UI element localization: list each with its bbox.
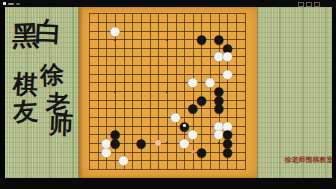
- close-icon[interactable]: [314, 2, 320, 7]
- white-stone: ●: [118, 154, 130, 166]
- black-stone: ●: [135, 137, 147, 149]
- white-player-label: 师: [48, 112, 73, 137]
- grid-line: [176, 13, 177, 170]
- grid-line: [89, 117, 246, 118]
- window-titlebar: [0, 0, 336, 7]
- black-stone: ●: [213, 102, 225, 114]
- grid-line: [210, 13, 211, 170]
- black-player-label: 友: [12, 98, 39, 125]
- highlight-marker: [155, 140, 161, 146]
- highlight-marker: [191, 150, 195, 154]
- white-stone: ●: [221, 50, 233, 62]
- black-stone: ●: [195, 146, 207, 158]
- app-icon: [3, 2, 6, 5]
- go-board: ●●●●●●●●●●●●●●●●●●●●●●●●●●●●●●●: [79, 7, 257, 178]
- black-stone: ●: [221, 146, 233, 158]
- white-stone: ●: [100, 146, 112, 158]
- minimize-icon[interactable]: [298, 2, 304, 7]
- white-stone: ●: [187, 76, 199, 88]
- video-player-window: 黑棋友白徐老师 ●●●●●●●●●●●●●●●●●●●●●●●●●●●●●●● …: [0, 0, 336, 189]
- last-move-marker: [183, 124, 186, 127]
- window-title-text: [16, 3, 20, 5]
- white-stone: ●: [178, 137, 190, 149]
- player-control-bar: [0, 178, 336, 189]
- black-player-label: 棋: [12, 71, 38, 97]
- black-stone: ●: [195, 33, 207, 45]
- watermark-text: 徐老师围棋教室: [281, 155, 332, 165]
- white-player-label: 白: [34, 17, 62, 45]
- white-stone: ●: [109, 25, 121, 37]
- grid-line: [89, 169, 246, 170]
- white-stone: ●: [221, 68, 233, 80]
- black-stone: ●: [187, 102, 199, 114]
- maximize-icon[interactable]: [306, 2, 312, 7]
- grid-line: [245, 13, 246, 170]
- white-player-label: 徐: [39, 62, 64, 87]
- video-frame: 黑棋友白徐老师 ●●●●●●●●●●●●●●●●●●●●●●●●●●●●●●● …: [5, 7, 332, 178]
- grid-line: [236, 13, 237, 170]
- window-title-text: [8, 3, 14, 5]
- grid-line: [193, 13, 194, 170]
- grid-line: [89, 160, 246, 161]
